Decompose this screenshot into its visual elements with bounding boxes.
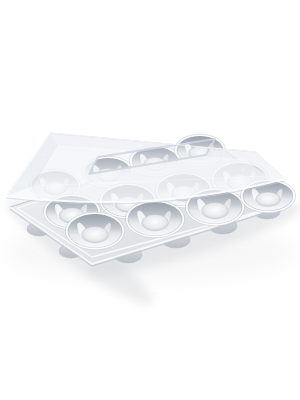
muffin-cup-r2c1 [125,200,184,238]
muffin-cup-r2c0 [65,212,124,250]
product-photo-canvas [0,0,300,400]
muffin-pan-product-photo [0,0,300,400]
